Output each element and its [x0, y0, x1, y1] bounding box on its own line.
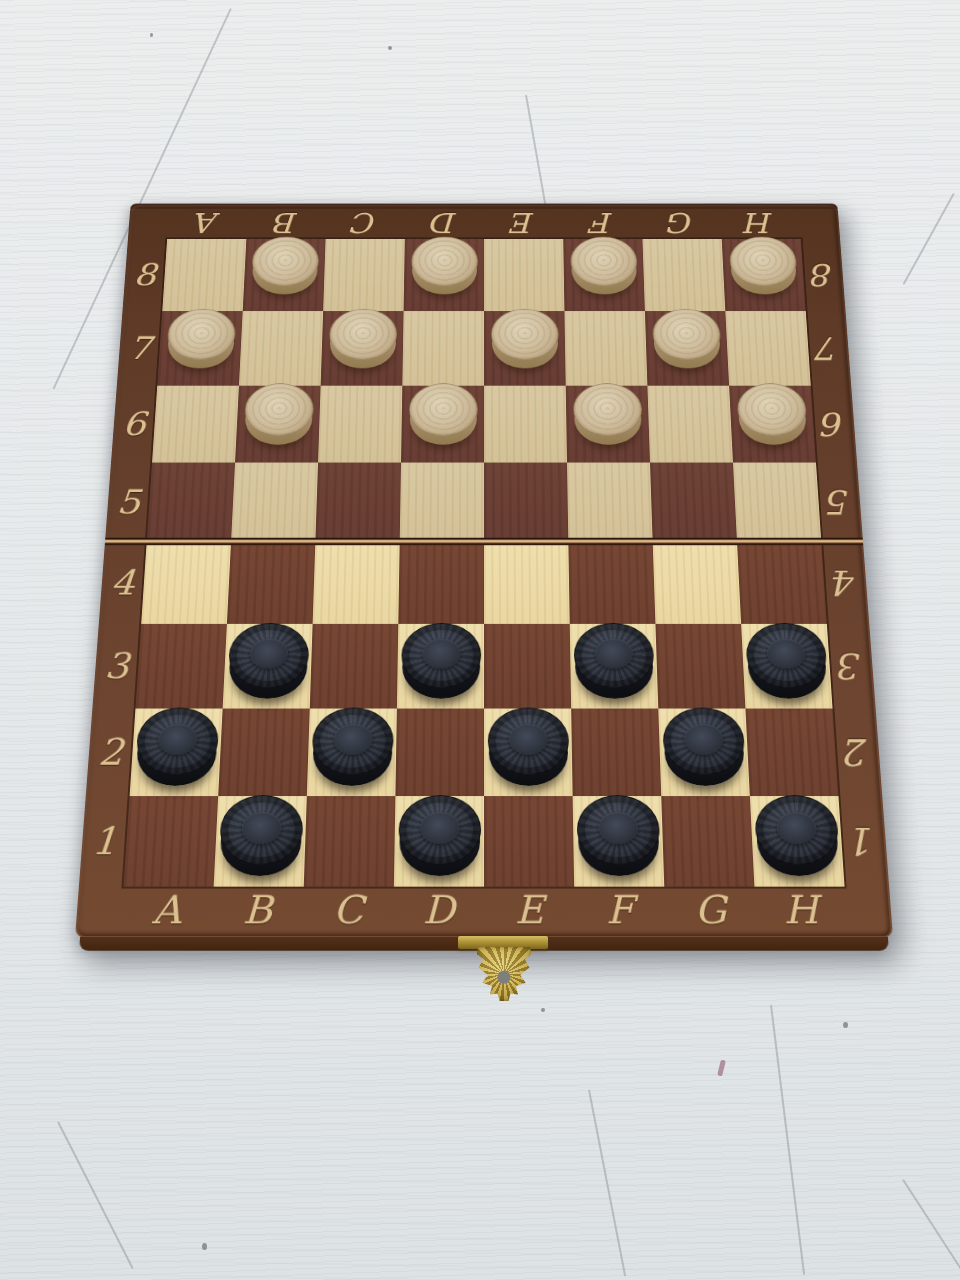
file-bottom-B: B [211, 885, 304, 938]
checker-light-g7[interactable] [651, 309, 721, 369]
table-scratch [57, 1121, 134, 1269]
square-a7[interactable] [157, 311, 242, 386]
rank-right-8: 8 [801, 239, 846, 311]
rank-right-1: 1 [838, 796, 889, 887]
square-b4[interactable] [227, 542, 315, 624]
square-c3[interactable] [310, 624, 399, 709]
square-a1[interactable] [123, 796, 218, 887]
rank-left-1: 1 [79, 796, 130, 887]
square-h4[interactable] [737, 542, 827, 624]
square-h8[interactable] [722, 239, 806, 311]
square-f7[interactable] [564, 311, 647, 386]
file-bottom-G: G [664, 885, 757, 938]
checker-dark-e2[interactable] [487, 708, 569, 786]
square-h2[interactable] [745, 709, 838, 797]
table-speck [388, 46, 392, 50]
square-d4[interactable] [398, 542, 484, 624]
checker-dark-c2[interactable] [311, 708, 394, 786]
file-top-E: E [484, 205, 563, 239]
checker-dark-g2[interactable] [662, 708, 746, 786]
checker-dome [766, 639, 806, 669]
checker-light-c7[interactable] [328, 309, 397, 369]
file-bottom-A: A [120, 885, 214, 938]
checker-dome [776, 812, 817, 844]
checker-light-h6[interactable] [736, 383, 808, 445]
file-top-G: G [641, 205, 721, 239]
square-b5[interactable] [231, 463, 318, 542]
square-b6[interactable] [235, 386, 321, 463]
file-bottom-E: E [484, 885, 575, 938]
square-c6[interactable] [318, 386, 402, 463]
table-speck [541, 1008, 545, 1012]
square-g4[interactable] [653, 542, 741, 624]
square-c4[interactable] [313, 542, 400, 624]
checker-top [408, 383, 477, 436]
square-a6[interactable] [152, 386, 239, 463]
square-h3[interactable] [741, 624, 832, 709]
rank-right-6: 6 [811, 386, 857, 463]
square-h6[interactable] [729, 386, 816, 463]
square-f5[interactable] [567, 463, 653, 542]
square-c1[interactable] [304, 796, 396, 887]
checker-dome [422, 639, 460, 669]
checker-dome [594, 639, 633, 669]
board-squares [123, 239, 844, 887]
checker-dome [683, 724, 723, 755]
checker-dark-h3[interactable] [744, 623, 828, 699]
checker-dark-a2[interactable] [134, 708, 220, 786]
square-d5[interactable] [400, 463, 484, 542]
square-h1[interactable] [750, 796, 845, 887]
checker-light-h8[interactable] [728, 237, 798, 295]
square-a8[interactable] [162, 239, 246, 311]
square-b1[interactable] [214, 796, 307, 887]
fold-seam [105, 538, 864, 546]
square-g8[interactable] [642, 239, 725, 311]
rank-left-6: 6 [111, 386, 157, 463]
checker-dome [420, 812, 459, 844]
checker-light-d8[interactable] [410, 237, 477, 295]
checker-light-f8[interactable] [570, 237, 638, 295]
square-a5[interactable] [147, 463, 235, 542]
file-top-C: C [326, 205, 406, 239]
file-top-B: B [246, 205, 326, 239]
square-e5[interactable] [484, 463, 568, 542]
file-bottom-F: F [574, 885, 666, 938]
checker-dark-h1[interactable] [753, 795, 840, 876]
checker-top [491, 309, 559, 360]
square-g6[interactable] [647, 386, 733, 463]
square-e7[interactable] [484, 311, 566, 386]
square-f4[interactable] [568, 542, 655, 624]
table-scratch [903, 193, 955, 285]
checker-light-b6[interactable] [243, 383, 314, 445]
square-h5[interactable] [733, 463, 821, 542]
square-d1[interactable] [394, 796, 484, 887]
square-b8[interactable] [243, 239, 326, 311]
square-g7[interactable] [645, 311, 729, 386]
square-e3[interactable] [484, 624, 571, 709]
square-e2[interactable] [484, 709, 573, 797]
table-scratch [902, 1179, 960, 1274]
file-top-H: H [720, 205, 801, 239]
square-c8[interactable] [323, 239, 405, 311]
square-f2[interactable] [571, 709, 661, 797]
checker-dark-f1[interactable] [576, 795, 660, 876]
table-red-mark [717, 1060, 726, 1077]
file-top-F: F [563, 205, 643, 239]
file-top-A: A [167, 205, 248, 239]
square-e8[interactable] [484, 239, 564, 311]
checker-light-f6[interactable] [572, 383, 642, 445]
file-top-D: D [405, 205, 484, 239]
checker-dome [598, 812, 638, 844]
square-d8[interactable] [404, 239, 484, 311]
checker-top [411, 237, 478, 286]
rank-left-7: 7 [117, 311, 162, 386]
square-h7[interactable] [725, 311, 810, 386]
square-a2[interactable] [130, 709, 223, 797]
square-a3[interactable] [135, 624, 226, 709]
square-g2[interactable] [658, 709, 750, 797]
square-d3[interactable] [397, 624, 484, 709]
checker-top [572, 383, 642, 436]
chessboard: ABCDEFGH ABCDEFGH 87654321 87654321 [75, 204, 893, 938]
table-speck [202, 1243, 207, 1250]
rank-right-7: 7 [806, 311, 851, 386]
table-scratch [525, 95, 547, 212]
square-a4[interactable] [141, 542, 231, 624]
rank-left-5: 5 [105, 463, 152, 542]
table-scratch [588, 1090, 626, 1277]
checker-light-e7[interactable] [491, 309, 559, 369]
checker-top [651, 309, 721, 360]
square-b2[interactable] [218, 709, 310, 797]
checker-top [570, 237, 638, 286]
square-g5[interactable] [650, 463, 737, 542]
square-b3[interactable] [223, 624, 313, 709]
square-c2[interactable] [307, 709, 397, 797]
checker-dark-d3[interactable] [400, 623, 480, 699]
table-speck [150, 33, 153, 37]
square-e6[interactable] [484, 386, 567, 463]
square-f3[interactable] [570, 624, 659, 709]
checker-dark-d1[interactable] [398, 795, 481, 876]
square-e4[interactable] [484, 542, 570, 624]
table-speck [843, 1022, 848, 1028]
checker-light-b8[interactable] [250, 237, 319, 295]
square-c5[interactable] [315, 463, 401, 542]
checker-dark-b3[interactable] [226, 623, 309, 699]
square-g3[interactable] [655, 624, 745, 709]
rank-right-3: 3 [827, 624, 876, 709]
rank-left-8: 8 [122, 239, 167, 311]
rank-left-4: 4 [99, 542, 147, 624]
checker-dark-b1[interactable] [218, 795, 304, 876]
checker-light-d6[interactable] [408, 383, 477, 445]
file-bottom-H: H [754, 885, 848, 938]
file-bottom-C: C [302, 885, 394, 938]
square-f6[interactable] [566, 386, 650, 463]
square-d2[interactable] [395, 709, 484, 797]
rank-right-4: 4 [821, 542, 869, 624]
rank-left-3: 3 [92, 624, 141, 709]
square-g1[interactable] [661, 796, 754, 887]
square-c7[interactable] [321, 311, 404, 386]
checker-dark-f3[interactable] [573, 623, 655, 699]
square-e1[interactable] [484, 796, 574, 887]
file-bottom-D: D [393, 885, 484, 938]
table-scratch [770, 1005, 805, 1275]
rank-right-5: 5 [816, 463, 863, 542]
checker-light-a7[interactable] [165, 309, 236, 369]
square-f8[interactable] [563, 239, 645, 311]
square-b7[interactable] [239, 311, 323, 386]
rank-left-2: 2 [86, 709, 136, 797]
rank-right-2: 2 [833, 709, 883, 797]
square-d6[interactable] [401, 386, 484, 463]
file-labels-bottom: ABCDEFGH [120, 885, 848, 938]
square-d7[interactable] [402, 311, 484, 386]
clasp-pendant [477, 947, 531, 1001]
checker-dome [508, 724, 547, 755]
file-labels-top: ABCDEFGH [167, 205, 801, 239]
square-f1[interactable] [573, 796, 665, 887]
